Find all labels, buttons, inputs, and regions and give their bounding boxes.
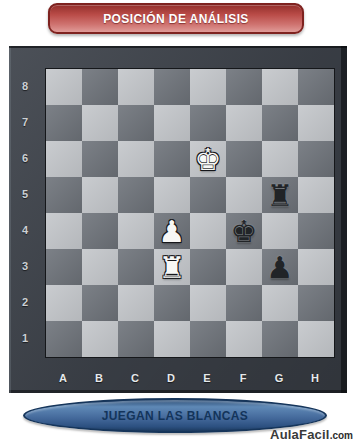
square-a3 [46,249,82,285]
rank-label-4: 4 [13,212,37,248]
square-e4 [190,213,226,249]
square-h3 [298,249,334,285]
square-b8 [82,69,118,105]
square-h5 [298,177,334,213]
file-label-d: D [153,370,189,386]
square-h6 [298,141,334,177]
rank-label-6: 6 [13,140,37,176]
square-a2 [46,285,82,321]
chess-board: ♚♜♟♚♜♟ [45,68,335,358]
square-f5 [226,177,262,213]
turn-banner-label: JUEGAN LAS BLANCAS [102,409,249,423]
square-d4: ♟ [154,213,190,249]
square-g7 [262,105,298,141]
page: POSICIÓN DE ANÁLISIS 87654321 ♚♜♟♚♜♟ ABC… [0,0,356,442]
file-label-h: H [297,370,333,386]
square-d8 [154,69,190,105]
square-g4 [262,213,298,249]
square-c5 [118,177,154,213]
square-d7 [154,105,190,141]
file-label-b: B [81,370,117,386]
square-c1 [118,321,154,357]
square-g6 [262,141,298,177]
square-g1 [262,321,298,357]
square-e8 [190,69,226,105]
square-a6 [46,141,82,177]
black-rook-piece: ♜ [262,177,298,213]
square-b2 [82,285,118,321]
file-label-c: C [117,370,153,386]
square-a4 [46,213,82,249]
square-c6 [118,141,154,177]
square-b1 [82,321,118,357]
square-c7 [118,105,154,141]
rank-label-2: 2 [13,284,37,320]
square-f1 [226,321,262,357]
chess-board-frame: 87654321 ♚♜♟♚♜♟ ABCDEFGH [9,46,347,393]
file-label-g: G [261,370,297,386]
white-rook-piece: ♜ [154,249,190,285]
square-d1 [154,321,190,357]
white-pawn-piece: ♟ [154,213,190,249]
square-b6 [82,141,118,177]
rank-label-5: 5 [13,176,37,212]
square-d2 [154,285,190,321]
square-b7 [82,105,118,141]
square-d6 [154,141,190,177]
rank-labels: 87654321 [13,68,37,356]
square-h8 [298,69,334,105]
square-b5 [82,177,118,213]
square-g5: ♜ [262,177,298,213]
square-e7 [190,105,226,141]
square-h2 [298,285,334,321]
square-d3: ♜ [154,249,190,285]
square-c4 [118,213,154,249]
square-f8 [226,69,262,105]
page-title: POSICIÓN DE ANÁLISIS [103,12,249,26]
square-a8 [46,69,82,105]
square-f6 [226,141,262,177]
square-f7 [226,105,262,141]
square-e1 [190,321,226,357]
title-banner: POSICIÓN DE ANÁLISIS [48,3,304,34]
square-b3 [82,249,118,285]
brand-name: AulaFacil [270,427,330,442]
brand: AulaFacil.com [270,425,353,442]
square-e6: ♚ [190,141,226,177]
square-f2 [226,285,262,321]
black-pawn-piece: ♟ [262,249,298,285]
square-c2 [118,285,154,321]
square-e3 [190,249,226,285]
square-c8 [118,69,154,105]
rank-label-8: 8 [13,68,37,104]
square-d5 [154,177,190,213]
rank-label-3: 3 [13,248,37,284]
rank-label-7: 7 [13,104,37,140]
rank-label-1: 1 [13,320,37,356]
square-e5 [190,177,226,213]
square-b4 [82,213,118,249]
square-f3 [226,249,262,285]
square-a7 [46,105,82,141]
square-g8 [262,69,298,105]
square-h4 [298,213,334,249]
file-label-a: A [45,370,81,386]
file-labels: ABCDEFGH [45,370,333,386]
white-king-piece: ♚ [190,141,226,177]
square-a1 [46,321,82,357]
square-e2 [190,285,226,321]
square-f4: ♚ [226,213,262,249]
square-g2 [262,285,298,321]
file-label-e: E [189,370,225,386]
square-a5 [46,177,82,213]
black-king-piece: ♚ [226,213,262,249]
square-h1 [298,321,334,357]
file-label-f: F [225,370,261,386]
brand-suffix: .com [330,430,353,441]
square-c3 [118,249,154,285]
square-h7 [298,105,334,141]
square-g3: ♟ [262,249,298,285]
